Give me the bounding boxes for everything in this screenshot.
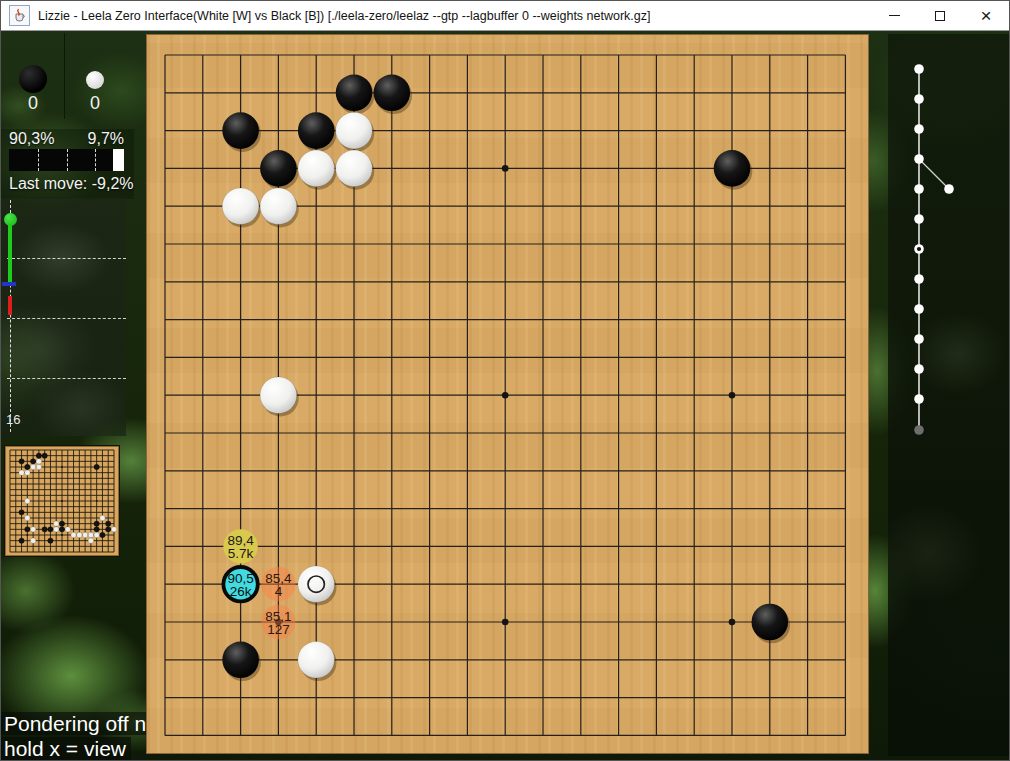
thumbnail-white-stone bbox=[30, 464, 35, 469]
winrate-curve-dot bbox=[4, 213, 17, 226]
tree-node[interactable] bbox=[914, 124, 924, 134]
thumbnail-black-stone bbox=[94, 521, 99, 526]
tree-node[interactable] bbox=[914, 94, 924, 104]
captures-panel: 0 0 bbox=[1, 31, 141, 121]
thumbnail-white-stone bbox=[36, 459, 41, 464]
board-svg: 89,45.7k90,526k85,4485,1127 bbox=[147, 35, 868, 753]
white-captures-count: 0 bbox=[80, 93, 110, 114]
tree-node[interactable] bbox=[914, 364, 924, 374]
graph-gridline-50 bbox=[7, 318, 126, 319]
thumbnail-star bbox=[96, 500, 98, 502]
thumbnail-black-stone bbox=[36, 453, 41, 458]
thumbnail-white-stone bbox=[54, 527, 59, 532]
thumbnail-star bbox=[61, 500, 63, 502]
thumbnail-white-stone bbox=[36, 464, 41, 469]
suggestion-visits: 5.7k bbox=[228, 546, 254, 561]
thumbnail-white-stone bbox=[100, 515, 105, 520]
lizzie-window: Lizzie - Leela Zero Interface(White [W] … bbox=[0, 0, 1010, 761]
thumbnail-black-stone bbox=[48, 527, 53, 532]
winrate-bar-quarter-mark bbox=[38, 149, 39, 171]
status-line-2: hold x = view bbox=[1, 737, 131, 760]
star-point bbox=[502, 165, 509, 172]
thumbnail-star bbox=[61, 466, 63, 468]
black-captures-count: 0 bbox=[18, 93, 48, 114]
window-title: Lizzie - Leela Zero Interface(White [W] … bbox=[38, 9, 651, 23]
tree-node[interactable] bbox=[914, 214, 924, 224]
current-move-marker bbox=[2, 282, 16, 286]
graph-gridline-25 bbox=[7, 378, 126, 379]
black-stone bbox=[222, 642, 259, 679]
thumbnail-black-stone bbox=[42, 527, 47, 532]
black-winrate-label: 90,3% bbox=[9, 130, 54, 148]
thumbnail-star bbox=[61, 534, 63, 536]
thumbnail-svg bbox=[5, 446, 119, 556]
thumbnail-white-stone bbox=[77, 532, 82, 537]
tree-branch-node[interactable] bbox=[944, 184, 954, 194]
white-stone bbox=[298, 150, 335, 187]
suggestion-visits: 127 bbox=[267, 622, 290, 637]
thumbnail-black-stone bbox=[106, 527, 111, 532]
tree-node[interactable] bbox=[914, 184, 924, 194]
window-controls: × bbox=[871, 1, 1009, 30]
thumbnail-white-stone bbox=[94, 532, 99, 537]
thumbnail-black-stone bbox=[48, 538, 53, 543]
thumbnail-black-stone bbox=[19, 538, 24, 543]
thumbnail-black-stone bbox=[94, 527, 99, 532]
thumbnail-white-stone bbox=[88, 532, 93, 537]
thumbnail-white-stone bbox=[25, 515, 30, 520]
white-stone bbox=[260, 188, 297, 225]
captures-divider bbox=[64, 33, 65, 119]
title-bar: Lizzie - Leela Zero Interface(White [W] … bbox=[1, 1, 1009, 31]
white-winrate-label: 9,7% bbox=[88, 130, 124, 148]
thumbnail-white-stone bbox=[82, 532, 87, 537]
white-stone bbox=[336, 150, 373, 187]
star-point bbox=[502, 392, 509, 399]
tree-node[interactable] bbox=[914, 334, 924, 344]
black-stone bbox=[752, 604, 789, 641]
winrate-bar-white-segment bbox=[113, 149, 124, 171]
thumbnail-black-stone bbox=[25, 464, 30, 469]
thumbnail-black-stone bbox=[59, 527, 64, 532]
tree-node-current-dot bbox=[917, 247, 921, 251]
close-icon: × bbox=[980, 11, 991, 21]
thumbnail-white-stone bbox=[30, 527, 35, 532]
thumbnail-white-stone bbox=[19, 470, 24, 475]
star-point bbox=[729, 619, 736, 626]
winrate-bar-half-mark bbox=[67, 149, 68, 171]
star-point bbox=[729, 392, 736, 399]
minimize-button[interactable] bbox=[871, 1, 917, 30]
content-area: 0 0 90,3% 9,7% Last move: -9,2% bbox=[1, 31, 1009, 760]
minimize-icon bbox=[889, 15, 900, 16]
tree-node[interactable] bbox=[914, 394, 924, 404]
tree-node[interactable] bbox=[914, 64, 924, 74]
thumbnail-black-stone bbox=[42, 453, 47, 458]
thumbnail-star bbox=[26, 534, 28, 536]
winrate-panel: 90,3% 9,7% Last move: -9,2% bbox=[1, 129, 134, 199]
tree-svg bbox=[888, 34, 1009, 756]
suggestion-visits: 26k bbox=[230, 584, 252, 599]
star-point bbox=[502, 619, 509, 626]
winrate-bar bbox=[9, 149, 124, 171]
maximize-button[interactable] bbox=[917, 1, 963, 30]
thumbnail-black-stone bbox=[94, 464, 99, 469]
thumbnail-black-stone bbox=[25, 527, 30, 532]
white-stone bbox=[336, 112, 373, 149]
thumbnail-white-stone bbox=[30, 538, 35, 543]
winrate-bar-threequarter-mark bbox=[95, 149, 96, 171]
maximize-icon bbox=[935, 11, 945, 21]
java-coffee-cup-icon bbox=[9, 5, 30, 26]
tree-node[interactable] bbox=[914, 154, 924, 164]
thumbnail-white-stone bbox=[65, 527, 70, 532]
thumbnail-black-stone bbox=[19, 510, 24, 515]
thumbnail-white-stone bbox=[111, 527, 116, 532]
thumbnail-black-stone bbox=[100, 532, 105, 537]
tree-branch-line bbox=[919, 159, 949, 189]
black-stone bbox=[260, 150, 297, 187]
thumbnail-black-stone bbox=[59, 521, 64, 526]
white-stone bbox=[298, 642, 335, 679]
thumbnail-black-stone bbox=[30, 459, 35, 464]
winrate-drop-marker bbox=[8, 296, 12, 315]
white-stone bbox=[260, 377, 297, 414]
thumbnail-white-stone bbox=[71, 532, 76, 537]
tree-node-pending[interactable] bbox=[914, 425, 924, 435]
black-stone bbox=[222, 112, 259, 149]
white-stone bbox=[298, 566, 335, 603]
white-capture-stone-icon bbox=[86, 71, 104, 89]
white-stone bbox=[222, 188, 259, 225]
tree-node[interactable] bbox=[914, 274, 924, 284]
thumbnail-white-stone bbox=[25, 498, 30, 503]
thumbnail-white-stone bbox=[25, 470, 30, 475]
last-move-delta-label: Last move: -9,2% bbox=[9, 175, 134, 193]
status-line-1: Pondering off n bbox=[1, 712, 151, 735]
thumbnail-black-stone bbox=[19, 459, 24, 464]
thumbnail-black-stone bbox=[106, 521, 111, 526]
winrate-graph[interactable]: 16 bbox=[1, 198, 126, 436]
suggestion-visits: 4 bbox=[275, 584, 283, 599]
tree-node[interactable] bbox=[914, 304, 924, 314]
thumbnail-board[interactable] bbox=[4, 445, 120, 557]
thumbnail-white-stone bbox=[88, 538, 93, 543]
winrate-curve bbox=[8, 219, 12, 285]
close-button[interactable]: × bbox=[963, 1, 1009, 30]
move-number-label: 16 bbox=[6, 412, 20, 427]
go-board[interactable]: 89,45.7k90,526k85,4485,1127 bbox=[146, 34, 869, 754]
black-stone bbox=[298, 112, 335, 149]
black-stone bbox=[336, 75, 373, 112]
variation-tree-panel[interactable] bbox=[888, 34, 1009, 756]
black-stone bbox=[714, 150, 751, 187]
black-stone bbox=[374, 75, 411, 112]
black-capture-stone-icon bbox=[19, 65, 47, 93]
graph-gridline-75 bbox=[7, 258, 126, 259]
thumbnail-white-stone bbox=[54, 521, 59, 526]
